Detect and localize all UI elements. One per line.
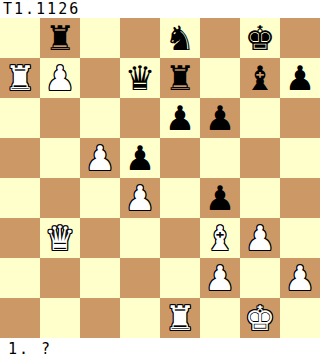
- square-d5[interactable]: ♟: [120, 138, 160, 178]
- white-pawn: ♟: [45, 58, 75, 98]
- square-h6[interactable]: [280, 98, 320, 138]
- chess-puzzle-screen: T1.1126 ♜♞♚♜♟♛♜♝♟♟♟♟♟♟♟♛♝♟♟♟♜♚ 1. ?: [0, 0, 320, 360]
- square-d1[interactable]: [120, 298, 160, 338]
- black-pawn: ♟: [285, 58, 315, 98]
- square-d3[interactable]: [120, 218, 160, 258]
- white-pawn: ♟: [125, 178, 155, 218]
- square-g2[interactable]: [240, 258, 280, 298]
- square-g7[interactable]: ♝: [240, 58, 280, 98]
- black-rook: ♜: [165, 58, 195, 98]
- square-h3[interactable]: [280, 218, 320, 258]
- square-a1[interactable]: [0, 298, 40, 338]
- square-c4[interactable]: [80, 178, 120, 218]
- chess-board: ♜♞♚♜♟♛♜♝♟♟♟♟♟♟♟♛♝♟♟♟♜♚: [0, 18, 320, 338]
- square-e3[interactable]: [160, 218, 200, 258]
- black-pawn: ♟: [205, 178, 235, 218]
- white-pawn: ♟: [245, 218, 275, 258]
- square-a2[interactable]: [0, 258, 40, 298]
- square-h8[interactable]: [280, 18, 320, 58]
- square-f4[interactable]: ♟: [200, 178, 240, 218]
- puzzle-title: T1.1126: [3, 0, 80, 18]
- square-f3[interactable]: ♝: [200, 218, 240, 258]
- white-bishop: ♝: [205, 218, 235, 258]
- square-c5[interactable]: ♟: [80, 138, 120, 178]
- black-rook: ♜: [45, 18, 75, 58]
- square-d4[interactable]: ♟: [120, 178, 160, 218]
- square-c2[interactable]: [80, 258, 120, 298]
- square-g6[interactable]: [240, 98, 280, 138]
- black-queen: ♛: [125, 58, 155, 98]
- square-e6[interactable]: ♟: [160, 98, 200, 138]
- black-pawn: ♟: [125, 138, 155, 178]
- square-a5[interactable]: [0, 138, 40, 178]
- square-e5[interactable]: [160, 138, 200, 178]
- square-h1[interactable]: [280, 298, 320, 338]
- square-f5[interactable]: [200, 138, 240, 178]
- move-prompt: 1. ?: [8, 338, 52, 360]
- square-d8[interactable]: [120, 18, 160, 58]
- square-b2[interactable]: [40, 258, 80, 298]
- square-g4[interactable]: [240, 178, 280, 218]
- square-a3[interactable]: [0, 218, 40, 258]
- black-king: ♚: [245, 18, 275, 58]
- white-king: ♚: [245, 298, 275, 338]
- square-c6[interactable]: [80, 98, 120, 138]
- black-pawn: ♟: [205, 98, 235, 138]
- black-knight: ♞: [165, 18, 195, 58]
- white-pawn: ♟: [285, 258, 315, 298]
- square-a7[interactable]: ♜: [0, 58, 40, 98]
- white-pawn: ♟: [205, 258, 235, 298]
- square-e2[interactable]: [160, 258, 200, 298]
- square-e4[interactable]: [160, 178, 200, 218]
- square-f2[interactable]: ♟: [200, 258, 240, 298]
- square-g1[interactable]: ♚: [240, 298, 280, 338]
- square-b8[interactable]: ♜: [40, 18, 80, 58]
- square-a8[interactable]: [0, 18, 40, 58]
- white-rook: ♜: [5, 58, 35, 98]
- black-bishop: ♝: [245, 58, 275, 98]
- square-b7[interactable]: ♟: [40, 58, 80, 98]
- square-g5[interactable]: [240, 138, 280, 178]
- square-h7[interactable]: ♟: [280, 58, 320, 98]
- square-f7[interactable]: [200, 58, 240, 98]
- square-c1[interactable]: [80, 298, 120, 338]
- square-a6[interactable]: [0, 98, 40, 138]
- square-e7[interactable]: ♜: [160, 58, 200, 98]
- square-e1[interactable]: ♜: [160, 298, 200, 338]
- square-d2[interactable]: [120, 258, 160, 298]
- square-b6[interactable]: [40, 98, 80, 138]
- square-g8[interactable]: ♚: [240, 18, 280, 58]
- square-b4[interactable]: [40, 178, 80, 218]
- square-a4[interactable]: [0, 178, 40, 218]
- square-c7[interactable]: [80, 58, 120, 98]
- square-c8[interactable]: [80, 18, 120, 58]
- square-h4[interactable]: [280, 178, 320, 218]
- square-f8[interactable]: [200, 18, 240, 58]
- white-pawn: ♟: [85, 138, 115, 178]
- square-c3[interactable]: [80, 218, 120, 258]
- square-b1[interactable]: [40, 298, 80, 338]
- square-d7[interactable]: ♛: [120, 58, 160, 98]
- square-f1[interactable]: [200, 298, 240, 338]
- square-h5[interactable]: [280, 138, 320, 178]
- black-pawn: ♟: [165, 98, 195, 138]
- square-f6[interactable]: ♟: [200, 98, 240, 138]
- white-queen: ♛: [45, 218, 75, 258]
- white-rook: ♜: [165, 298, 195, 338]
- square-e8[interactable]: ♞: [160, 18, 200, 58]
- square-h2[interactable]: ♟: [280, 258, 320, 298]
- square-b5[interactable]: [40, 138, 80, 178]
- square-d6[interactable]: [120, 98, 160, 138]
- square-g3[interactable]: ♟: [240, 218, 280, 258]
- square-b3[interactable]: ♛: [40, 218, 80, 258]
